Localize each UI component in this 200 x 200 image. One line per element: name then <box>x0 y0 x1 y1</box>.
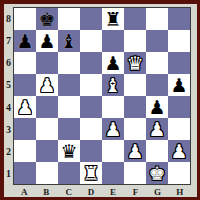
file-label-B: B <box>35 186 57 197</box>
square-e1[interactable] <box>102 162 124 184</box>
square-h1[interactable] <box>168 162 190 184</box>
square-f1[interactable] <box>124 162 146 184</box>
file-label-F: F <box>124 186 146 197</box>
piece-black-king-b8[interactable]: ♚ <box>38 8 55 30</box>
chess-board: ♚♜♟♟♝♟♛♟♝♟♟♟♟♟♛♟♟♜♚ <box>13 7 191 185</box>
square-b3[interactable] <box>36 118 58 140</box>
board-mat: 87654321 ♚♜♟♟♝♟♛♟♝♟♟♟♟♟♛♟♟♜♚ ABCDEFGH <box>4 4 197 197</box>
piece-white-pawn-g3[interactable]: ♟ <box>148 118 165 140</box>
piece-black-pawn-a7[interactable]: ♟ <box>16 30 33 52</box>
file-label-D: D <box>80 186 102 197</box>
piece-black-pawn-e6[interactable]: ♟ <box>104 52 121 74</box>
square-f4[interactable] <box>124 96 146 118</box>
square-b2[interactable] <box>36 140 58 162</box>
square-f2[interactable]: ♟ <box>124 140 146 162</box>
square-h6[interactable] <box>168 52 190 74</box>
piece-black-pawn-g4[interactable]: ♟ <box>148 96 165 118</box>
square-b4[interactable] <box>36 96 58 118</box>
piece-black-bishop-c7[interactable]: ♝ <box>60 30 77 52</box>
square-b8[interactable]: ♚ <box>36 8 58 30</box>
square-g8[interactable] <box>146 8 168 30</box>
square-a1[interactable] <box>14 162 36 184</box>
square-e8[interactable]: ♜ <box>102 8 124 30</box>
square-d8[interactable] <box>80 8 102 30</box>
piece-white-bishop-e5[interactable]: ♝ <box>104 74 121 96</box>
file-label-A: A <box>13 186 35 197</box>
square-g5[interactable] <box>146 74 168 96</box>
square-c6[interactable] <box>58 52 80 74</box>
square-h5[interactable]: ♟ <box>168 74 190 96</box>
file-labels: ABCDEFGH <box>13 186 191 197</box>
square-h8[interactable] <box>168 8 190 30</box>
square-g1[interactable]: ♚ <box>146 162 168 184</box>
square-f8[interactable] <box>124 8 146 30</box>
square-a5[interactable] <box>14 74 36 96</box>
piece-white-pawn-h2[interactable]: ♟ <box>170 140 187 162</box>
square-c2[interactable]: ♛ <box>58 140 80 162</box>
file-label-G: G <box>147 186 169 197</box>
rank-label-1: 1 <box>4 163 13 185</box>
square-h2[interactable]: ♟ <box>168 140 190 162</box>
square-a6[interactable] <box>14 52 36 74</box>
square-g3[interactable]: ♟ <box>146 118 168 140</box>
piece-white-rook-d1[interactable]: ♜ <box>82 162 99 184</box>
square-b5[interactable]: ♟ <box>36 74 58 96</box>
square-b7[interactable]: ♟ <box>36 30 58 52</box>
piece-black-pawn-b7[interactable]: ♟ <box>38 30 55 52</box>
square-c8[interactable] <box>58 8 80 30</box>
file-label-H: H <box>169 186 191 197</box>
rank-label-4: 4 <box>4 96 13 118</box>
square-e4[interactable] <box>102 96 124 118</box>
piece-white-king-g1[interactable]: ♚ <box>148 162 165 184</box>
piece-black-rook-e8[interactable]: ♜ <box>104 8 121 30</box>
square-f5[interactable] <box>124 74 146 96</box>
square-c5[interactable] <box>58 74 80 96</box>
square-f7[interactable] <box>124 30 146 52</box>
rank-label-2: 2 <box>4 141 13 163</box>
square-g4[interactable]: ♟ <box>146 96 168 118</box>
square-c3[interactable] <box>58 118 80 140</box>
piece-white-pawn-b5[interactable]: ♟ <box>38 74 55 96</box>
square-g6[interactable] <box>146 52 168 74</box>
square-e7[interactable] <box>102 30 124 52</box>
square-f6[interactable]: ♛ <box>124 52 146 74</box>
rank-label-8: 8 <box>4 7 13 29</box>
square-e2[interactable] <box>102 140 124 162</box>
square-a2[interactable] <box>14 140 36 162</box>
square-h3[interactable] <box>168 118 190 140</box>
square-d3[interactable] <box>80 118 102 140</box>
piece-black-pawn-h5[interactable]: ♟ <box>170 74 187 96</box>
square-c4[interactable] <box>58 96 80 118</box>
piece-white-pawn-e3[interactable]: ♟ <box>104 118 121 140</box>
square-d1[interactable]: ♜ <box>80 162 102 184</box>
square-d2[interactable] <box>80 140 102 162</box>
square-g7[interactable] <box>146 30 168 52</box>
square-b6[interactable] <box>36 52 58 74</box>
square-c1[interactable] <box>58 162 80 184</box>
square-e6[interactable]: ♟ <box>102 52 124 74</box>
square-e3[interactable]: ♟ <box>102 118 124 140</box>
square-h4[interactable] <box>168 96 190 118</box>
piece-white-pawn-a4[interactable]: ♟ <box>16 96 33 118</box>
square-b1[interactable] <box>36 162 58 184</box>
square-a4[interactable]: ♟ <box>14 96 36 118</box>
file-label-C: C <box>58 186 80 197</box>
square-a3[interactable] <box>14 118 36 140</box>
square-d5[interactable] <box>80 74 102 96</box>
piece-white-pawn-f2[interactable]: ♟ <box>126 140 143 162</box>
square-c7[interactable]: ♝ <box>58 30 80 52</box>
square-e5[interactable]: ♝ <box>102 74 124 96</box>
square-h7[interactable] <box>168 30 190 52</box>
rank-labels: 87654321 <box>4 7 13 185</box>
piece-black-queen-c2[interactable]: ♛ <box>60 140 77 162</box>
piece-white-queen-f6[interactable]: ♛ <box>126 52 143 74</box>
rank-label-5: 5 <box>4 74 13 96</box>
file-label-E: E <box>102 186 124 197</box>
square-a8[interactable] <box>14 8 36 30</box>
square-a7[interactable]: ♟ <box>14 30 36 52</box>
rank-label-7: 7 <box>4 29 13 51</box>
rank-label-3: 3 <box>4 118 13 140</box>
square-f3[interactable] <box>124 118 146 140</box>
square-d6[interactable] <box>80 52 102 74</box>
rank-label-6: 6 <box>4 52 13 74</box>
square-d4[interactable] <box>80 96 102 118</box>
square-g2[interactable] <box>146 140 168 162</box>
chess-diagram-frame: 87654321 ♚♜♟♟♝♟♛♟♝♟♟♟♟♟♛♟♟♜♚ ABCDEFGH <box>0 0 200 200</box>
square-d7[interactable] <box>80 30 102 52</box>
